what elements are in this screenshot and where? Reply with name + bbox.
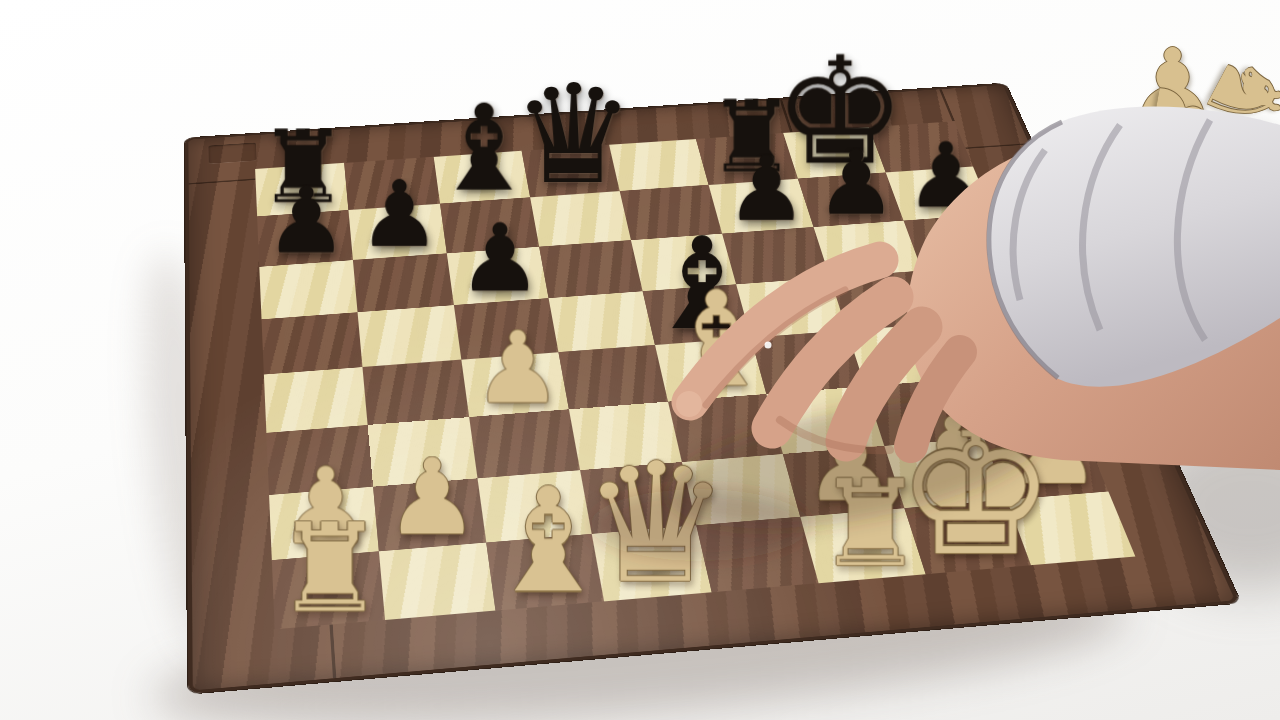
- dust-speck: [765, 342, 772, 349]
- hand-shadow-near-queen: [590, 489, 810, 561]
- fingertip-highlight: [676, 391, 702, 417]
- hand-and-arm: [0, 0, 1280, 720]
